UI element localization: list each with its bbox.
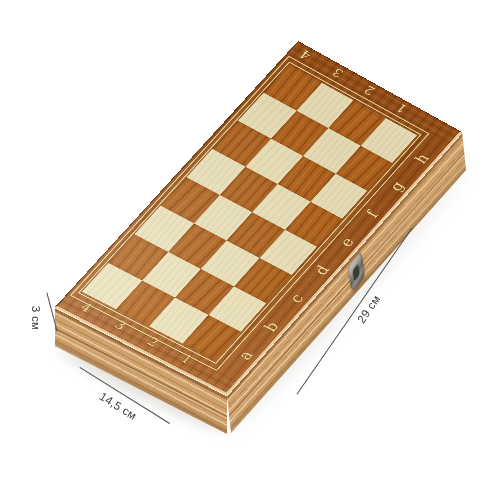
file-label-b: b bbox=[260, 319, 283, 335]
file-label-c: c bbox=[286, 291, 308, 306]
file-label-g: g bbox=[386, 178, 409, 194]
file-label-h: h bbox=[411, 151, 434, 167]
dimension-label: 3 см bbox=[30, 306, 42, 330]
rank-label-right-2: 2 bbox=[361, 83, 378, 98]
product-photo: abcdefgh44332211 3 см 14,5 см 29 см bbox=[0, 0, 500, 500]
rank-label-left-3: 3 bbox=[111, 317, 129, 332]
rank-label-right-3: 3 bbox=[329, 65, 346, 80]
clasp-pin bbox=[352, 263, 360, 282]
file-label-a: a bbox=[234, 348, 257, 364]
file-label-f: f bbox=[362, 208, 382, 221]
file-label-d: d bbox=[310, 262, 333, 278]
rank-label-right-4: 4 bbox=[296, 47, 313, 62]
rank-label-right-1: 1 bbox=[392, 101, 409, 116]
rank-label-left-2: 2 bbox=[144, 334, 162, 349]
metal-clasp bbox=[348, 251, 365, 292]
rank-label-left-1: 1 bbox=[178, 351, 196, 366]
rank-label-left-4: 4 bbox=[77, 300, 95, 315]
file-label-e: e bbox=[336, 234, 359, 249]
